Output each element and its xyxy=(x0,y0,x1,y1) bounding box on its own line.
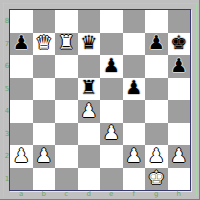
square-f6[interactable] xyxy=(123,55,146,78)
square-g2[interactable]: ♟ xyxy=(145,145,168,168)
square-a5[interactable] xyxy=(10,78,33,101)
file-label-e: e xyxy=(100,190,123,199)
square-a3[interactable] xyxy=(10,123,33,146)
piece-black-rook[interactable]: ♜ xyxy=(80,78,97,97)
square-h8[interactable] xyxy=(168,10,191,33)
square-d4[interactable]: ♟ xyxy=(78,100,101,123)
square-a6[interactable] xyxy=(10,55,33,78)
square-g4[interactable] xyxy=(145,100,168,123)
file-label-c: c xyxy=(55,190,78,199)
square-b2[interactable]: ♟ xyxy=(33,145,56,168)
square-e2[interactable] xyxy=(100,145,123,168)
square-f3[interactable] xyxy=(123,123,146,146)
square-a2[interactable]: ♟ xyxy=(10,145,33,168)
square-h1[interactable] xyxy=(168,168,191,191)
piece-white-king[interactable]: ♚ xyxy=(148,168,165,187)
piece-white-queen[interactable]: ♛ xyxy=(35,33,52,52)
file-label-g: g xyxy=(145,190,168,199)
piece-white-pawn[interactable]: ♟ xyxy=(125,146,142,165)
square-g3[interactable] xyxy=(145,123,168,146)
square-e8[interactable] xyxy=(100,10,123,33)
piece-white-pawn[interactable]: ♟ xyxy=(80,101,97,120)
square-g8[interactable] xyxy=(145,10,168,33)
square-g7[interactable]: ♟ xyxy=(145,33,168,56)
file-labels: a b c d e f g h xyxy=(10,190,190,199)
piece-black-pawn[interactable]: ♟ xyxy=(125,78,142,97)
square-a4[interactable] xyxy=(10,100,33,123)
square-h7[interactable]: ♚ xyxy=(168,33,191,56)
file-label-f: f xyxy=(123,190,146,199)
square-e1[interactable] xyxy=(100,168,123,191)
square-b6[interactable] xyxy=(33,55,56,78)
square-d8[interactable] xyxy=(78,10,101,33)
square-f2[interactable]: ♟ xyxy=(123,145,146,168)
square-h4[interactable] xyxy=(168,100,191,123)
square-b5[interactable] xyxy=(33,78,56,101)
square-h5[interactable] xyxy=(168,78,191,101)
square-b1[interactable] xyxy=(33,168,56,191)
chess-board: ♟♛♜♛♟♚♟♟♜♟♟♟♟♟♟♟♟♚ xyxy=(10,10,190,190)
square-g6[interactable] xyxy=(145,55,168,78)
square-a1[interactable] xyxy=(10,168,33,191)
square-h2[interactable]: ♟ xyxy=(168,145,191,168)
piece-black-queen[interactable]: ♛ xyxy=(80,33,97,52)
square-e5[interactable] xyxy=(100,78,123,101)
frame-accent-line-right xyxy=(196,3,197,196)
square-c5[interactable] xyxy=(55,78,78,101)
file-label-b: b xyxy=(33,190,56,199)
square-c2[interactable] xyxy=(55,145,78,168)
square-h6[interactable]: ♟ xyxy=(168,55,191,78)
square-e4[interactable] xyxy=(100,100,123,123)
square-f8[interactable] xyxy=(123,10,146,33)
square-b4[interactable] xyxy=(33,100,56,123)
file-label-h: h xyxy=(168,190,191,199)
square-c1[interactable] xyxy=(55,168,78,191)
piece-white-pawn[interactable]: ♟ xyxy=(170,146,187,165)
square-g1[interactable]: ♚ xyxy=(145,168,168,191)
square-d2[interactable] xyxy=(78,145,101,168)
square-f7[interactable] xyxy=(123,33,146,56)
piece-white-pawn[interactable]: ♟ xyxy=(35,146,52,165)
file-label-a: a xyxy=(10,190,33,199)
piece-black-pawn[interactable]: ♟ xyxy=(103,56,120,75)
square-d6[interactable] xyxy=(78,55,101,78)
square-c7[interactable]: ♜ xyxy=(55,33,78,56)
board-frame: ♟♛♜♛♟♚♟♟♜♟♟♟♟♟♟♟♟♚ xyxy=(9,9,191,191)
square-f4[interactable] xyxy=(123,100,146,123)
piece-black-pawn[interactable]: ♟ xyxy=(13,33,30,52)
square-c4[interactable] xyxy=(55,100,78,123)
square-f5[interactable]: ♟ xyxy=(123,78,146,101)
square-b8[interactable] xyxy=(33,10,56,33)
square-d1[interactable] xyxy=(78,168,101,191)
square-e3[interactable]: ♟ xyxy=(100,123,123,146)
piece-black-pawn[interactable]: ♟ xyxy=(170,56,187,75)
piece-black-pawn[interactable]: ♟ xyxy=(148,33,165,52)
square-a8[interactable] xyxy=(10,10,33,33)
square-d3[interactable] xyxy=(78,123,101,146)
chess-program-window: 8 7 6 5 4 3 2 1 ♟♛♜♛♟♚♟♟♜♟♟♟♟♟♟♟♟♚ a b c… xyxy=(0,0,200,200)
piece-white-pawn[interactable]: ♟ xyxy=(103,123,120,142)
file-label-d: d xyxy=(78,190,101,199)
frame-accent-line-top xyxy=(2,3,197,4)
square-g5[interactable] xyxy=(145,78,168,101)
square-c6[interactable] xyxy=(55,55,78,78)
square-e7[interactable] xyxy=(100,33,123,56)
piece-black-king[interactable]: ♚ xyxy=(170,33,187,52)
square-c8[interactable] xyxy=(55,10,78,33)
piece-white-rook[interactable]: ♜ xyxy=(58,33,75,52)
square-a7[interactable]: ♟ xyxy=(10,33,33,56)
square-e6[interactable]: ♟ xyxy=(100,55,123,78)
square-h3[interactable] xyxy=(168,123,191,146)
square-b3[interactable] xyxy=(33,123,56,146)
square-d7[interactable]: ♛ xyxy=(78,33,101,56)
square-f1[interactable] xyxy=(123,168,146,191)
piece-white-pawn[interactable]: ♟ xyxy=(13,146,30,165)
square-b7[interactable]: ♛ xyxy=(33,33,56,56)
piece-white-pawn[interactable]: ♟ xyxy=(148,146,165,165)
square-d5[interactable]: ♜ xyxy=(78,78,101,101)
square-c3[interactable] xyxy=(55,123,78,146)
